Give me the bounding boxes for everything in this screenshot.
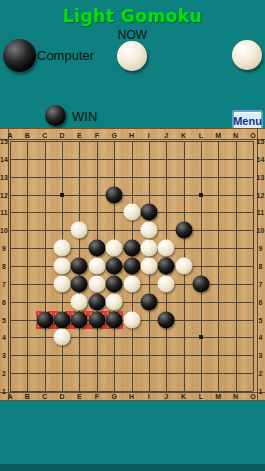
row-label: 5	[259, 316, 263, 323]
column-label: K	[181, 131, 186, 138]
row-label: 14	[0, 155, 8, 162]
white-stone	[123, 275, 140, 292]
column-label: O	[250, 392, 255, 399]
column-label: A	[7, 131, 12, 138]
column-label: L	[199, 392, 203, 399]
black-stone	[140, 293, 157, 310]
grid-line-v	[201, 141, 202, 391]
board-ruler-line	[8, 129, 9, 400]
row-label: 15	[257, 138, 265, 145]
computer-label: Computer	[37, 48, 94, 63]
column-label: M	[215, 131, 221, 138]
row-label: 3	[2, 352, 6, 359]
column-label: F	[95, 392, 99, 399]
row-label: 6	[259, 298, 263, 305]
white-stone	[54, 329, 71, 346]
black-stone	[140, 204, 157, 221]
white-stone	[106, 293, 123, 310]
column-label: C	[42, 131, 47, 138]
black-stone	[71, 311, 88, 328]
black-stone	[123, 240, 140, 257]
black-stone	[175, 222, 192, 239]
white-stone	[54, 240, 71, 257]
computer-black-stone-icon	[3, 39, 36, 72]
row-label: 10	[0, 227, 8, 234]
column-label: G	[111, 392, 116, 399]
column-label: N	[233, 392, 238, 399]
black-stone	[71, 258, 88, 275]
menu-button-label: Menu	[233, 115, 262, 127]
row-label: 1	[259, 388, 263, 395]
black-stone	[106, 186, 123, 203]
white-stone	[54, 275, 71, 292]
black-stone	[88, 311, 105, 328]
now-label: NOW	[110, 28, 155, 42]
row-label: 13	[0, 173, 8, 180]
column-label: B	[25, 392, 30, 399]
black-stone	[71, 275, 88, 292]
row-label: 12	[0, 191, 8, 198]
column-label: E	[77, 392, 82, 399]
win-label: WIN	[72, 109, 97, 124]
app-title: Light Gomoku	[0, 6, 265, 26]
white-stone	[140, 222, 157, 239]
row-label: 1	[2, 388, 6, 395]
column-label: D	[60, 392, 65, 399]
black-stone	[158, 311, 175, 328]
row-label: 13	[257, 173, 265, 180]
column-label: H	[129, 392, 134, 399]
row-label: 2	[259, 370, 263, 377]
black-stone	[88, 240, 105, 257]
black-stone	[36, 311, 53, 328]
row-label: 4	[2, 334, 6, 341]
now-turn-white-stone-icon	[117, 41, 147, 71]
column-label: M	[215, 392, 221, 399]
black-stone	[192, 275, 209, 292]
column-label: F	[95, 131, 99, 138]
row-label: 10	[257, 227, 265, 234]
column-label: C	[42, 392, 47, 399]
bottom-bar	[0, 464, 265, 471]
column-label: I	[148, 131, 150, 138]
row-label: 11	[257, 209, 264, 216]
column-label: D	[60, 131, 65, 138]
white-stone	[123, 311, 140, 328]
white-stone	[88, 258, 105, 275]
board-ruler-line	[0, 139, 265, 140]
white-stone	[54, 258, 71, 275]
grid-line-v	[10, 141, 11, 391]
row-label: 8	[2, 263, 6, 270]
row-label: 15	[0, 138, 8, 145]
row-label: 6	[2, 298, 6, 305]
column-label: N	[233, 131, 238, 138]
grid-line-v	[27, 141, 28, 391]
row-label: 9	[259, 245, 263, 252]
win-black-stone-icon	[45, 105, 66, 126]
star-point	[199, 335, 203, 339]
column-label: L	[199, 131, 203, 138]
row-label: 2	[2, 370, 6, 377]
star-point	[60, 193, 64, 197]
row-label: 7	[259, 280, 263, 287]
column-label: O	[250, 131, 255, 138]
white-stone	[123, 204, 140, 221]
player-white-stone-icon	[232, 40, 262, 70]
black-stone	[106, 311, 123, 328]
black-stone	[54, 311, 71, 328]
white-stone	[106, 240, 123, 257]
white-stone	[175, 258, 192, 275]
white-stone	[71, 293, 88, 310]
white-stone	[71, 222, 88, 239]
black-stone	[88, 293, 105, 310]
row-label: 12	[257, 191, 265, 198]
grid-line-v	[45, 141, 46, 391]
black-stone	[158, 258, 175, 275]
row-label: 5	[2, 316, 6, 323]
column-label: H	[129, 131, 134, 138]
row-label: 8	[259, 263, 263, 270]
app-screen: Light Gomoku NOW Computer WIN Menu AABBC…	[0, 0, 265, 471]
grid-line-v	[218, 141, 219, 391]
row-label: 7	[2, 280, 6, 287]
row-label: 11	[0, 209, 7, 216]
grid-line-v	[236, 141, 237, 391]
column-label: G	[111, 131, 116, 138]
white-stone	[158, 240, 175, 257]
black-stone	[123, 258, 140, 275]
column-label: I	[148, 392, 150, 399]
board-ruler-line	[257, 129, 258, 400]
white-stone	[140, 240, 157, 257]
black-stone	[106, 258, 123, 275]
white-stone	[158, 275, 175, 292]
column-label: K	[181, 392, 186, 399]
grid-line-v	[253, 141, 254, 391]
gomoku-board[interactable]: AABBCCDDEEFFGGHHIIJJKKLLMMNNOO1515141413…	[0, 128, 265, 401]
column-label: A	[7, 392, 12, 399]
row-label: 9	[2, 245, 6, 252]
column-label: J	[164, 131, 168, 138]
white-stone	[140, 258, 157, 275]
star-point	[199, 193, 203, 197]
column-label: B	[25, 131, 30, 138]
black-stone	[106, 275, 123, 292]
row-label: 3	[259, 352, 263, 359]
row-label: 4	[259, 334, 263, 341]
row-label: 14	[257, 155, 265, 162]
white-stone	[88, 275, 105, 292]
column-label: E	[77, 131, 82, 138]
column-label: J	[164, 392, 168, 399]
